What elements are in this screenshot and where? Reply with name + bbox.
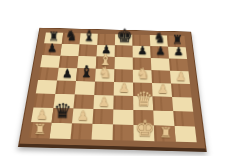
black-bishop-c5: ♝	[78, 64, 93, 80]
position-caption: Position matches the Immortal Game, Ande…	[0, 0, 1, 1]
board-scene: ♜♞♝♚♞♜♟♟♟♟♟♝♟♝♞♞♟♟♟♟♛♟♛♟♜♚♜	[30, 0, 198, 156]
chess-board: ♜♞♝♚♞♜♟♟♟♟♟♝♟♝♞♞♟♟♟♟♛♟♛♟♜♚♜	[28, 32, 196, 142]
black-pawn-b5: ♟	[61, 67, 72, 79]
square-a3	[33, 93, 55, 108]
square-c2: ♟	[72, 109, 93, 124]
square-g1: ♜	[154, 125, 176, 141]
square-c4	[75, 81, 95, 95]
board-frame: ♜♞♝♚♞♜♟♟♟♟♟♝♟♝♞♞♟♟♟♟♛♟♛♟♜♚♜	[18, 28, 207, 152]
square-a1: ♜	[28, 122, 51, 138]
black-king-e8: ♚	[115, 26, 132, 45]
chessboard-photo: Position matches the Immortal Game, Ande…	[0, 0, 228, 156]
square-h4	[171, 83, 192, 97]
square-g3	[153, 96, 174, 111]
black-pawn-f7: ♟	[137, 45, 148, 57]
white-rook-a1: ♜	[33, 122, 46, 137]
square-e4: ♟	[114, 82, 133, 96]
square-c1	[71, 123, 93, 139]
white-pawn-c2: ♟	[77, 109, 89, 122]
square-e3	[113, 95, 133, 110]
black-pawn-h7: ♟	[173, 46, 184, 58]
square-e1	[113, 124, 134, 140]
white-knight-f5: ♞	[136, 66, 150, 81]
white-pawn-h5: ♟	[175, 70, 186, 82]
white-pawn-d3: ♟	[98, 95, 110, 108]
square-b5: ♟	[57, 68, 77, 81]
square-e8: ♚	[115, 34, 133, 46]
square-b8: ♞	[62, 33, 81, 45]
square-h3	[172, 97, 193, 112]
white-pawn-g4: ♟	[157, 83, 168, 96]
square-f3: ♛	[133, 96, 153, 111]
square-a6	[40, 55, 60, 68]
square-g6	[151, 58, 170, 71]
square-h2	[173, 111, 195, 126]
square-e2	[113, 110, 133, 125]
black-knight-b8: ♞	[65, 29, 78, 43]
black-queen-b2: ♛	[53, 101, 72, 122]
square-h7: ♟	[168, 47, 187, 59]
square-b7	[60, 44, 79, 56]
black-pawn-a7: ♟	[46, 43, 57, 55]
square-b2: ♛	[52, 108, 74, 123]
square-e7	[115, 45, 133, 57]
square-f7: ♟	[133, 46, 151, 58]
square-f5: ♞	[133, 70, 152, 83]
square-b1	[49, 123, 72, 139]
square-d2	[92, 109, 113, 124]
square-c7	[78, 44, 97, 56]
square-b4	[55, 81, 76, 95]
white-pawn-e4: ♟	[118, 82, 129, 95]
square-g7: ♟	[150, 46, 169, 58]
black-knight-g8: ♞	[153, 31, 166, 45]
black-bishop-c8: ♝	[82, 28, 96, 43]
white-king-f1: ♚	[134, 117, 154, 140]
square-d1	[92, 124, 113, 140]
black-pawn-g7: ♟	[155, 45, 166, 57]
square-a4	[36, 80, 57, 94]
square-c8: ♝	[79, 33, 97, 45]
white-pawn-a2: ♟	[36, 108, 48, 121]
board-tilt: ♜♞♝♚♞♜♟♟♟♟♟♝♟♝♞♞♟♟♟♟♛♟♛♟♜♚♜	[18, 28, 206, 150]
square-h1	[174, 126, 196, 142]
square-a7: ♟	[42, 43, 62, 55]
square-c5: ♝	[76, 68, 96, 81]
square-d3: ♟	[93, 95, 113, 110]
white-knight-d5: ♞	[98, 65, 112, 80]
square-d5: ♞	[95, 69, 114, 82]
square-c3	[73, 94, 94, 109]
square-f1: ♚	[133, 125, 154, 141]
square-a5	[38, 67, 59, 80]
white-rook-g1: ♜	[159, 125, 172, 140]
square-e6	[114, 57, 133, 70]
square-h5: ♟	[170, 71, 190, 84]
white-queen-f3: ♛	[134, 89, 152, 109]
square-g4: ♟	[152, 83, 172, 97]
